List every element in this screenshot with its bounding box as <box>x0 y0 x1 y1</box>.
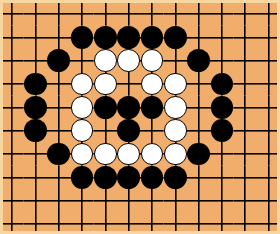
intersection <box>3 96 24 119</box>
black-stone <box>94 26 117 49</box>
black-stone <box>211 119 234 142</box>
intersection <box>257 212 277 231</box>
intersection <box>187 142 210 165</box>
intersection <box>70 212 93 231</box>
intersection <box>140 96 163 119</box>
intersection <box>3 49 24 72</box>
black-stone <box>187 49 210 72</box>
intersection <box>117 119 140 142</box>
white-stone <box>94 143 117 166</box>
white-stone <box>141 49 164 72</box>
intersection <box>70 72 93 95</box>
intersection <box>257 96 277 119</box>
intersection <box>257 166 277 189</box>
intersection <box>164 166 187 189</box>
intersection <box>24 96 47 119</box>
white-stone <box>94 73 117 96</box>
intersection <box>3 166 24 189</box>
intersection <box>140 212 163 231</box>
intersection <box>24 142 47 165</box>
intersection <box>164 212 187 231</box>
intersection <box>187 119 210 142</box>
intersection <box>234 166 257 189</box>
intersection <box>47 96 70 119</box>
intersection <box>94 166 117 189</box>
white-stone <box>164 73 187 96</box>
intersection <box>3 212 24 231</box>
intersection <box>210 166 233 189</box>
intersection <box>117 3 140 26</box>
black-stone <box>117 26 140 49</box>
intersection <box>70 49 93 72</box>
intersection <box>257 72 277 95</box>
intersection <box>164 119 187 142</box>
black-stone <box>117 119 140 142</box>
intersection <box>3 72 24 95</box>
intersection <box>187 212 210 231</box>
intersection <box>234 212 257 231</box>
intersection <box>70 142 93 165</box>
intersection <box>47 119 70 142</box>
intersection <box>234 72 257 95</box>
intersection <box>117 26 140 49</box>
black-stone <box>141 96 164 119</box>
intersection <box>24 119 47 142</box>
black-stone <box>211 96 234 119</box>
white-stone <box>164 96 187 119</box>
intersection <box>257 189 277 212</box>
intersection <box>47 166 70 189</box>
intersection <box>3 119 24 142</box>
intersection <box>257 49 277 72</box>
white-stone <box>164 143 187 166</box>
intersection <box>117 96 140 119</box>
intersection <box>117 49 140 72</box>
intersection <box>94 212 117 231</box>
black-stone <box>141 166 164 189</box>
black-stone <box>164 26 187 49</box>
intersection <box>140 26 163 49</box>
intersection <box>234 3 257 26</box>
intersection <box>47 189 70 212</box>
intersection <box>257 26 277 49</box>
intersection <box>164 142 187 165</box>
intersection <box>70 189 93 212</box>
intersection <box>70 26 93 49</box>
black-stone <box>71 166 94 189</box>
intersection <box>94 3 117 26</box>
intersection <box>47 3 70 26</box>
intersection <box>234 96 257 119</box>
intersection <box>210 72 233 95</box>
intersection <box>140 3 163 26</box>
white-stone <box>71 143 94 166</box>
intersection <box>94 49 117 72</box>
intersection <box>234 49 257 72</box>
intersection <box>140 166 163 189</box>
intersection <box>24 3 47 26</box>
black-stone <box>71 26 94 49</box>
intersection <box>164 26 187 49</box>
intersection <box>164 49 187 72</box>
white-stone <box>141 73 164 96</box>
intersection <box>234 142 257 165</box>
black-stone <box>117 96 140 119</box>
white-stone <box>117 49 140 72</box>
intersection <box>187 3 210 26</box>
go-board <box>0 0 280 234</box>
goban-grid <box>3 3 277 231</box>
intersection <box>94 142 117 165</box>
intersection <box>94 189 117 212</box>
black-stone <box>24 119 47 142</box>
intersection <box>234 26 257 49</box>
intersection <box>164 72 187 95</box>
intersection <box>257 119 277 142</box>
white-stone <box>71 73 94 96</box>
intersection <box>24 189 47 212</box>
intersection <box>24 72 47 95</box>
intersection <box>117 189 140 212</box>
black-stone <box>47 143 70 166</box>
white-stone <box>94 49 117 72</box>
intersection <box>70 166 93 189</box>
intersection <box>117 212 140 231</box>
intersection <box>140 119 163 142</box>
white-stone <box>71 119 94 142</box>
intersection <box>117 142 140 165</box>
intersection <box>47 72 70 95</box>
intersection <box>210 3 233 26</box>
black-stone <box>24 73 47 96</box>
intersection <box>234 189 257 212</box>
intersection <box>187 26 210 49</box>
black-stone <box>24 96 47 119</box>
intersection <box>140 72 163 95</box>
intersection <box>70 119 93 142</box>
black-stone <box>211 73 234 96</box>
intersection <box>187 72 210 95</box>
intersection <box>47 142 70 165</box>
intersection <box>164 3 187 26</box>
black-stone <box>187 143 210 166</box>
black-stone <box>47 49 70 72</box>
intersection <box>70 96 93 119</box>
intersection <box>3 142 24 165</box>
white-stone <box>164 119 187 142</box>
intersection <box>24 49 47 72</box>
intersection <box>210 119 233 142</box>
intersection <box>210 212 233 231</box>
intersection <box>210 142 233 165</box>
intersection <box>140 189 163 212</box>
goban-surface <box>3 3 277 231</box>
intersection <box>187 96 210 119</box>
intersection <box>24 212 47 231</box>
intersection <box>140 142 163 165</box>
intersection <box>210 49 233 72</box>
intersection <box>47 49 70 72</box>
intersection <box>117 72 140 95</box>
black-stone <box>141 26 164 49</box>
intersection <box>234 119 257 142</box>
intersection <box>3 189 24 212</box>
intersection <box>47 212 70 231</box>
intersection <box>187 189 210 212</box>
intersection <box>3 3 24 26</box>
intersection <box>187 166 210 189</box>
white-stone <box>141 143 164 166</box>
intersection <box>140 49 163 72</box>
intersection <box>210 96 233 119</box>
intersection <box>24 26 47 49</box>
intersection <box>94 26 117 49</box>
white-stone <box>117 143 140 166</box>
intersection <box>3 26 24 49</box>
intersection <box>164 189 187 212</box>
intersection <box>70 3 93 26</box>
intersection <box>94 72 117 95</box>
black-stone <box>164 166 187 189</box>
black-stone <box>94 96 117 119</box>
intersection <box>164 96 187 119</box>
black-stone <box>94 166 117 189</box>
intersection <box>94 96 117 119</box>
intersection <box>47 26 70 49</box>
intersection <box>24 166 47 189</box>
intersection <box>187 49 210 72</box>
intersection <box>117 166 140 189</box>
intersection <box>94 119 117 142</box>
white-stone <box>71 96 94 119</box>
intersection <box>210 189 233 212</box>
intersection <box>257 142 277 165</box>
intersection <box>210 26 233 49</box>
intersection <box>257 3 277 26</box>
black-stone <box>117 166 140 189</box>
